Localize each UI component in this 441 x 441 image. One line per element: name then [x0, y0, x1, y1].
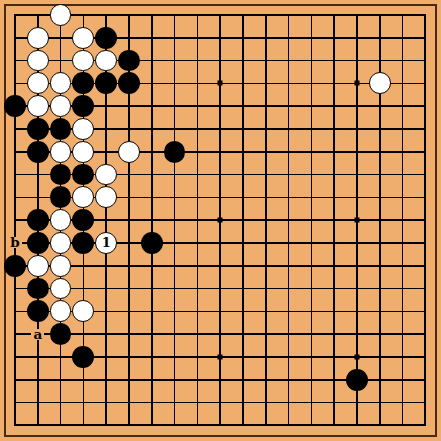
intersection[interactable] — [391, 300, 414, 323]
intersection[interactable] — [254, 140, 277, 163]
intersection[interactable] — [72, 140, 95, 163]
intersection[interactable] — [163, 346, 186, 369]
intersection[interactable] — [209, 277, 232, 300]
intersection[interactable] — [232, 346, 255, 369]
intersection[interactable] — [49, 4, 72, 27]
intersection[interactable] — [368, 4, 391, 27]
intersection[interactable] — [4, 391, 27, 414]
intersection[interactable] — [391, 26, 414, 49]
intersection[interactable] — [368, 49, 391, 72]
intersection[interactable] — [163, 277, 186, 300]
intersection[interactable] — [209, 26, 232, 49]
intersection[interactable] — [277, 72, 300, 95]
intersection[interactable] — [346, 414, 369, 437]
intersection[interactable] — [346, 163, 369, 186]
intersection[interactable] — [300, 95, 323, 118]
intersection[interactable] — [72, 232, 95, 255]
intersection[interactable] — [346, 346, 369, 369]
intersection[interactable] — [323, 186, 346, 209]
intersection[interactable] — [186, 95, 209, 118]
intersection[interactable] — [72, 209, 95, 232]
intersection[interactable] — [232, 26, 255, 49]
intersection[interactable] — [323, 254, 346, 277]
intersection[interactable] — [49, 254, 72, 277]
intersection[interactable] — [254, 254, 277, 277]
intersection[interactable] — [300, 26, 323, 49]
intersection[interactable] — [26, 118, 49, 141]
intersection[interactable] — [277, 323, 300, 346]
intersection[interactable] — [414, 118, 437, 141]
intersection[interactable] — [391, 391, 414, 414]
intersection[interactable] — [72, 72, 95, 95]
intersection[interactable] — [140, 209, 163, 232]
intersection[interactable] — [254, 277, 277, 300]
intersection[interactable] — [254, 368, 277, 391]
intersection[interactable] — [26, 232, 49, 255]
intersection[interactable] — [4, 414, 27, 437]
intersection[interactable] — [163, 140, 186, 163]
intersection[interactable] — [4, 368, 27, 391]
intersection[interactable] — [323, 368, 346, 391]
intersection[interactable] — [300, 368, 323, 391]
intersection[interactable] — [254, 4, 277, 27]
intersection[interactable] — [323, 391, 346, 414]
intersection[interactable] — [414, 140, 437, 163]
intersection[interactable] — [368, 186, 391, 209]
intersection[interactable] — [95, 414, 118, 437]
intersection[interactable] — [277, 346, 300, 369]
intersection[interactable] — [209, 414, 232, 437]
intersection[interactable] — [391, 254, 414, 277]
intersection[interactable] — [163, 391, 186, 414]
intersection[interactable] — [163, 300, 186, 323]
intersection[interactable] — [300, 186, 323, 209]
intersection[interactable] — [186, 300, 209, 323]
intersection[interactable] — [232, 323, 255, 346]
intersection[interactable] — [254, 49, 277, 72]
intersection[interactable] — [140, 346, 163, 369]
intersection[interactable] — [368, 118, 391, 141]
intersection[interactable] — [118, 232, 141, 255]
intersection[interactable] — [254, 391, 277, 414]
intersection[interactable] — [163, 163, 186, 186]
intersection[interactable] — [72, 49, 95, 72]
intersection[interactable] — [323, 346, 346, 369]
intersection[interactable] — [4, 163, 27, 186]
intersection[interactable] — [140, 4, 163, 27]
intersection[interactable] — [140, 49, 163, 72]
intersection[interactable] — [277, 118, 300, 141]
intersection[interactable] — [118, 26, 141, 49]
intersection[interactable] — [72, 4, 95, 27]
intersection[interactable] — [140, 368, 163, 391]
intersection[interactable] — [186, 232, 209, 255]
intersection[interactable] — [346, 4, 369, 27]
intersection[interactable] — [391, 368, 414, 391]
intersection[interactable] — [368, 323, 391, 346]
intersection[interactable] — [49, 346, 72, 369]
intersection[interactable] — [232, 49, 255, 72]
intersection[interactable] — [346, 323, 369, 346]
intersection[interactable] — [323, 49, 346, 72]
intersection[interactable] — [368, 232, 391, 255]
intersection[interactable] — [232, 72, 255, 95]
intersection[interactable] — [26, 209, 49, 232]
intersection[interactable] — [323, 4, 346, 27]
intersection[interactable] — [300, 346, 323, 369]
intersection[interactable] — [346, 118, 369, 141]
intersection[interactable] — [186, 26, 209, 49]
intersection[interactable] — [4, 118, 27, 141]
intersection[interactable] — [368, 277, 391, 300]
intersection[interactable] — [346, 209, 369, 232]
intersection[interactable] — [323, 118, 346, 141]
intersection[interactable] — [49, 368, 72, 391]
intersection[interactable] — [4, 72, 27, 95]
intersection[interactable] — [277, 414, 300, 437]
intersection[interactable] — [277, 209, 300, 232]
intersection[interactable] — [346, 26, 369, 49]
intersection[interactable] — [209, 163, 232, 186]
intersection[interactable] — [95, 391, 118, 414]
intersection[interactable] — [72, 163, 95, 186]
intersection[interactable] — [72, 277, 95, 300]
intersection[interactable] — [118, 277, 141, 300]
intersection[interactable] — [95, 368, 118, 391]
intersection[interactable] — [95, 72, 118, 95]
intersection[interactable] — [323, 95, 346, 118]
intersection[interactable] — [163, 72, 186, 95]
intersection[interactable] — [95, 140, 118, 163]
intersection[interactable] — [72, 346, 95, 369]
intersection[interactable] — [414, 232, 437, 255]
intersection[interactable] — [4, 254, 27, 277]
intersection[interactable] — [414, 209, 437, 232]
intersection[interactable] — [72, 186, 95, 209]
intersection[interactable] — [277, 4, 300, 27]
intersection[interactable] — [323, 140, 346, 163]
intersection[interactable] — [163, 49, 186, 72]
intersection[interactable] — [232, 277, 255, 300]
intersection[interactable] — [209, 368, 232, 391]
intersection[interactable] — [254, 300, 277, 323]
intersection[interactable] — [300, 300, 323, 323]
intersection[interactable] — [254, 72, 277, 95]
intersection[interactable] — [346, 186, 369, 209]
intersection[interactable] — [232, 414, 255, 437]
intersection[interactable] — [72, 414, 95, 437]
intersection[interactable] — [186, 186, 209, 209]
intersection[interactable] — [186, 72, 209, 95]
intersection[interactable] — [346, 49, 369, 72]
intersection[interactable] — [300, 277, 323, 300]
intersection[interactable] — [72, 95, 95, 118]
intersection[interactable] — [368, 368, 391, 391]
intersection[interactable] — [95, 95, 118, 118]
intersection[interactable] — [49, 140, 72, 163]
intersection[interactable] — [232, 300, 255, 323]
intersection[interactable] — [95, 26, 118, 49]
intersection[interactable] — [209, 4, 232, 27]
intersection[interactable] — [49, 323, 72, 346]
intersection[interactable] — [26, 140, 49, 163]
intersection[interactable] — [49, 300, 72, 323]
intersection[interactable] — [4, 140, 27, 163]
intersection[interactable] — [414, 72, 437, 95]
intersection[interactable] — [346, 391, 369, 414]
intersection[interactable] — [4, 209, 27, 232]
intersection[interactable] — [323, 72, 346, 95]
intersection[interactable]: a — [26, 323, 49, 346]
intersection[interactable] — [209, 186, 232, 209]
intersection[interactable] — [277, 300, 300, 323]
intersection[interactable] — [95, 163, 118, 186]
intersection[interactable] — [414, 26, 437, 49]
intersection[interactable] — [26, 4, 49, 27]
intersection[interactable] — [118, 300, 141, 323]
intersection[interactable] — [26, 254, 49, 277]
intersection[interactable] — [4, 300, 27, 323]
intersection[interactable] — [95, 323, 118, 346]
intersection[interactable] — [4, 277, 27, 300]
intersection[interactable] — [49, 72, 72, 95]
intersection[interactable] — [209, 209, 232, 232]
intersection[interactable] — [49, 391, 72, 414]
intersection[interactable] — [277, 163, 300, 186]
intersection[interactable] — [95, 346, 118, 369]
intersection[interactable] — [26, 368, 49, 391]
intersection[interactable] — [391, 118, 414, 141]
intersection[interactable] — [186, 209, 209, 232]
intersection[interactable] — [49, 277, 72, 300]
intersection[interactable] — [368, 72, 391, 95]
intersection[interactable] — [414, 4, 437, 27]
intersection[interactable] — [414, 186, 437, 209]
intersection[interactable] — [95, 118, 118, 141]
intersection[interactable] — [163, 95, 186, 118]
intersection[interactable] — [26, 26, 49, 49]
intersection[interactable] — [414, 391, 437, 414]
intersection[interactable] — [209, 72, 232, 95]
intersection[interactable] — [72, 368, 95, 391]
intersection[interactable] — [118, 346, 141, 369]
intersection[interactable] — [346, 140, 369, 163]
intersection[interactable] — [346, 277, 369, 300]
intersection[interactable] — [368, 346, 391, 369]
intersection[interactable] — [232, 163, 255, 186]
intersection[interactable] — [72, 254, 95, 277]
intersection[interactable] — [346, 300, 369, 323]
intersection[interactable] — [277, 254, 300, 277]
intersection[interactable] — [414, 323, 437, 346]
intersection[interactable] — [300, 391, 323, 414]
intersection[interactable] — [49, 118, 72, 141]
intersection[interactable] — [4, 4, 27, 27]
intersection[interactable] — [368, 209, 391, 232]
intersection[interactable] — [414, 95, 437, 118]
intersection[interactable] — [414, 346, 437, 369]
intersection[interactable] — [163, 254, 186, 277]
intersection[interactable] — [140, 254, 163, 277]
intersection[interactable] — [118, 323, 141, 346]
intersection[interactable] — [163, 209, 186, 232]
intersection[interactable] — [140, 232, 163, 255]
intersection[interactable] — [277, 368, 300, 391]
intersection[interactable] — [323, 300, 346, 323]
intersection[interactable] — [49, 49, 72, 72]
intersection[interactable] — [300, 232, 323, 255]
intersection[interactable] — [118, 368, 141, 391]
intersection[interactable] — [26, 72, 49, 95]
intersection[interactable] — [140, 72, 163, 95]
intersection[interactable] — [391, 323, 414, 346]
intersection[interactable] — [95, 186, 118, 209]
intersection[interactable] — [118, 163, 141, 186]
intersection[interactable]: b — [4, 232, 27, 255]
intersection[interactable] — [323, 26, 346, 49]
intersection[interactable] — [140, 277, 163, 300]
intersection[interactable] — [186, 49, 209, 72]
intersection[interactable] — [300, 209, 323, 232]
intersection[interactable] — [26, 414, 49, 437]
intersection[interactable] — [95, 300, 118, 323]
intersection[interactable] — [49, 186, 72, 209]
intersection[interactable] — [300, 118, 323, 141]
intersection[interactable] — [163, 118, 186, 141]
intersection[interactable] — [414, 414, 437, 437]
intersection[interactable] — [140, 163, 163, 186]
intersection[interactable] — [323, 323, 346, 346]
intersection[interactable] — [323, 277, 346, 300]
intersection[interactable] — [118, 140, 141, 163]
intersection[interactable] — [95, 254, 118, 277]
intersection[interactable] — [186, 391, 209, 414]
intersection[interactable] — [118, 72, 141, 95]
intersection[interactable] — [209, 346, 232, 369]
intersection[interactable] — [118, 95, 141, 118]
intersection[interactable]: 1 — [95, 232, 118, 255]
intersection[interactable] — [4, 95, 27, 118]
intersection[interactable] — [232, 368, 255, 391]
intersection[interactable] — [414, 163, 437, 186]
intersection[interactable] — [4, 186, 27, 209]
intersection[interactable] — [323, 414, 346, 437]
intersection[interactable] — [277, 391, 300, 414]
intersection[interactable] — [209, 391, 232, 414]
intersection[interactable] — [368, 140, 391, 163]
intersection[interactable] — [391, 414, 414, 437]
intersection[interactable] — [277, 232, 300, 255]
intersection[interactable] — [118, 414, 141, 437]
intersection[interactable] — [209, 254, 232, 277]
intersection[interactable] — [346, 95, 369, 118]
intersection[interactable] — [277, 49, 300, 72]
intersection[interactable] — [300, 414, 323, 437]
intersection[interactable] — [209, 232, 232, 255]
intersection[interactable] — [26, 391, 49, 414]
intersection[interactable] — [26, 300, 49, 323]
intersection[interactable] — [300, 72, 323, 95]
intersection[interactable] — [95, 49, 118, 72]
intersection[interactable] — [186, 4, 209, 27]
intersection[interactable] — [118, 254, 141, 277]
intersection[interactable] — [163, 323, 186, 346]
intersection[interactable] — [209, 300, 232, 323]
intersection[interactable] — [232, 391, 255, 414]
intersection[interactable] — [414, 254, 437, 277]
intersection[interactable] — [391, 95, 414, 118]
intersection[interactable] — [186, 254, 209, 277]
intersection[interactable] — [186, 368, 209, 391]
intersection[interactable] — [140, 414, 163, 437]
intersection[interactable] — [323, 209, 346, 232]
intersection[interactable] — [26, 49, 49, 72]
intersection[interactable] — [232, 140, 255, 163]
intersection[interactable] — [186, 323, 209, 346]
intersection[interactable] — [72, 26, 95, 49]
intersection[interactable] — [391, 277, 414, 300]
intersection[interactable] — [186, 277, 209, 300]
intersection[interactable] — [254, 26, 277, 49]
intersection[interactable] — [95, 277, 118, 300]
intersection[interactable] — [254, 209, 277, 232]
intersection[interactable] — [277, 277, 300, 300]
intersection[interactable] — [26, 95, 49, 118]
intersection[interactable] — [49, 95, 72, 118]
intersection[interactable] — [163, 4, 186, 27]
intersection[interactable] — [118, 391, 141, 414]
intersection[interactable] — [232, 118, 255, 141]
intersection[interactable] — [277, 26, 300, 49]
intersection[interactable] — [163, 232, 186, 255]
intersection[interactable] — [163, 26, 186, 49]
intersection[interactable] — [209, 118, 232, 141]
intersection[interactable] — [118, 118, 141, 141]
intersection[interactable] — [300, 140, 323, 163]
intersection[interactable] — [300, 49, 323, 72]
intersection[interactable] — [118, 209, 141, 232]
intersection[interactable] — [254, 346, 277, 369]
intersection[interactable] — [232, 95, 255, 118]
intersection[interactable] — [300, 323, 323, 346]
intersection[interactable] — [414, 277, 437, 300]
intersection[interactable] — [209, 323, 232, 346]
intersection[interactable] — [209, 95, 232, 118]
intersection[interactable] — [49, 163, 72, 186]
intersection[interactable] — [163, 414, 186, 437]
intersection[interactable] — [186, 140, 209, 163]
intersection[interactable] — [346, 232, 369, 255]
intersection[interactable] — [368, 163, 391, 186]
intersection[interactable] — [391, 209, 414, 232]
intersection[interactable] — [300, 254, 323, 277]
intersection[interactable] — [118, 49, 141, 72]
intersection[interactable] — [95, 209, 118, 232]
intersection[interactable] — [4, 26, 27, 49]
intersection[interactable] — [300, 4, 323, 27]
intersection[interactable] — [414, 300, 437, 323]
intersection[interactable] — [49, 26, 72, 49]
intersection[interactable] — [368, 391, 391, 414]
intersection[interactable] — [118, 4, 141, 27]
intersection[interactable] — [72, 323, 95, 346]
intersection[interactable] — [72, 300, 95, 323]
intersection[interactable] — [254, 414, 277, 437]
intersection[interactable] — [391, 346, 414, 369]
intersection[interactable] — [391, 49, 414, 72]
intersection[interactable] — [72, 118, 95, 141]
intersection[interactable] — [254, 163, 277, 186]
